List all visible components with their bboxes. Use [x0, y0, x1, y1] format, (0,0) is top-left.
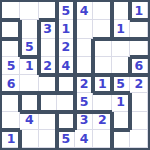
- cell-r7c8[interactable]: [130, 112, 148, 130]
- given-digit: 1: [25, 60, 34, 73]
- cell-r4c7[interactable]: [112, 57, 130, 75]
- given-digit: 3: [80, 114, 89, 127]
- cell-r7c5[interactable]: 3: [75, 112, 93, 130]
- cell-r1c5[interactable]: 4: [75, 2, 93, 20]
- cell-r2c6[interactable]: [93, 20, 111, 38]
- cell-r1c3[interactable]: [39, 2, 57, 20]
- cell-r8c4[interactable]: 5: [57, 130, 75, 148]
- cell-r3c7[interactable]: [112, 39, 130, 57]
- cell-r5c3[interactable]: [39, 75, 57, 93]
- given-digit: 1: [116, 23, 125, 36]
- cell-r8c6[interactable]: [93, 130, 111, 148]
- given-digit: 5: [116, 78, 125, 91]
- given-digit: 3: [43, 23, 52, 36]
- cell-r2c2[interactable]: [20, 20, 38, 38]
- cell-r4c2[interactable]: 1: [20, 57, 38, 75]
- cell-r8c8[interactable]: [130, 130, 148, 148]
- given-digit: 2: [135, 78, 144, 91]
- cell-r6c1[interactable]: [2, 93, 20, 111]
- given-digit: 1: [62, 23, 71, 36]
- cell-r3c6[interactable]: [93, 39, 111, 57]
- given-digit: 1: [7, 133, 16, 146]
- cell-r6c3[interactable]: [39, 93, 57, 111]
- given-digit: 4: [25, 114, 34, 127]
- cell-r5c2[interactable]: [20, 75, 38, 93]
- given-digit: 2: [43, 60, 52, 73]
- cell-r7c4[interactable]: [57, 112, 75, 130]
- cell-r1c8[interactable]: 1: [130, 2, 148, 20]
- cell-r7c6[interactable]: 2: [93, 112, 111, 130]
- cell-r5c8[interactable]: 2: [130, 75, 148, 93]
- cell-r1c4[interactable]: 5: [57, 2, 75, 20]
- given-digit: 6: [7, 78, 16, 91]
- cell-r2c8[interactable]: [130, 20, 148, 38]
- cell-r7c1[interactable]: [2, 112, 20, 130]
- cell-r7c3[interactable]: [39, 112, 57, 130]
- given-digit: 2: [98, 114, 107, 127]
- given-digit: 4: [80, 133, 89, 146]
- cell-r4c5[interactable]: [75, 57, 93, 75]
- given-digit: 5: [62, 5, 71, 18]
- given-digit: 6: [135, 60, 144, 73]
- cell-r4c3[interactable]: 2: [39, 57, 57, 75]
- cell-r1c6[interactable]: [93, 2, 111, 20]
- cell-r1c1[interactable]: [2, 2, 20, 20]
- cell-r5c4[interactable]: [57, 75, 75, 93]
- given-digit: 4: [62, 60, 71, 73]
- cell-r6c2[interactable]: [20, 93, 38, 111]
- cell-r2c4[interactable]: 1: [57, 20, 75, 38]
- cell-r2c1[interactable]: [2, 20, 20, 38]
- cell-r3c1[interactable]: [2, 39, 20, 57]
- cell-r3c5[interactable]: [75, 39, 93, 57]
- given-digit: 5: [80, 96, 89, 109]
- given-digit: 1: [116, 96, 125, 109]
- cell-r1c7[interactable]: [112, 2, 130, 20]
- cell-r4c8[interactable]: 6: [130, 57, 148, 75]
- cell-r4c4[interactable]: 4: [57, 57, 75, 75]
- cell-r5c7[interactable]: 5: [112, 75, 130, 93]
- cell-r3c2[interactable]: 5: [20, 39, 38, 57]
- cell-r8c2[interactable]: [20, 130, 38, 148]
- cell-r3c8[interactable]: [130, 39, 148, 57]
- given-digit: 5: [62, 133, 71, 146]
- cell-r2c3[interactable]: 3: [39, 20, 57, 38]
- cell-r3c4[interactable]: 2: [57, 39, 75, 57]
- cell-r7c2[interactable]: 4: [20, 112, 38, 130]
- given-digit: 1: [135, 5, 144, 18]
- cell-r2c7[interactable]: 1: [112, 20, 130, 38]
- cell-r8c5[interactable]: 4: [75, 130, 93, 148]
- cell-r2c5[interactable]: [75, 20, 93, 38]
- cell-r6c7[interactable]: 1: [112, 93, 130, 111]
- cell-r5c5[interactable]: 2: [75, 75, 93, 93]
- cell-r6c5[interactable]: 5: [75, 93, 93, 111]
- cell-r6c6[interactable]: [93, 93, 111, 111]
- cell-r1c2[interactable]: [20, 2, 38, 20]
- given-digit: 1: [98, 78, 107, 91]
- suguru-board: 54131152512466215251432154: [0, 0, 150, 150]
- cell-r7c7[interactable]: [112, 112, 130, 130]
- cell-r5c6[interactable]: 1: [93, 75, 111, 93]
- given-digit: 2: [62, 41, 71, 54]
- given-digit: 2: [80, 78, 89, 91]
- puzzle-page: 54131152512466215251432154: [0, 0, 150, 150]
- cell-r3c3[interactable]: [39, 39, 57, 57]
- given-digit: 5: [25, 41, 34, 54]
- cell-r5c1[interactable]: 6: [2, 75, 20, 93]
- cell-r4c1[interactable]: 5: [2, 57, 20, 75]
- cell-r8c3[interactable]: [39, 130, 57, 148]
- cell-r6c8[interactable]: [130, 93, 148, 111]
- given-digit: 5: [7, 60, 16, 73]
- cell-r6c4[interactable]: [57, 93, 75, 111]
- given-digit: 4: [80, 5, 89, 18]
- cell-r4c6[interactable]: [93, 57, 111, 75]
- cell-r8c7[interactable]: [112, 130, 130, 148]
- cell-r8c1[interactable]: 1: [2, 130, 20, 148]
